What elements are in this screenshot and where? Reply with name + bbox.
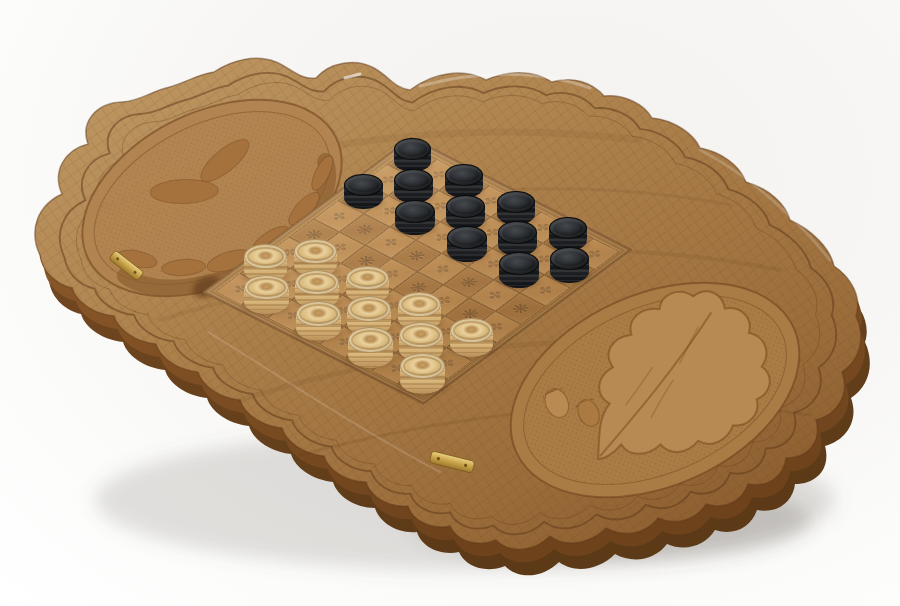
piece-top-face — [346, 266, 389, 291]
piece-top-face — [549, 217, 588, 239]
black-checker[interactable]: ⛂ — [394, 138, 431, 171]
black-checker[interactable]: ⛂ — [394, 169, 432, 203]
piece-top-face — [347, 296, 391, 321]
white-checker[interactable]: ⛀ — [348, 327, 393, 368]
rosette-motif-icon: ❋ — [455, 274, 482, 291]
cross-motif-icon: ✤ — [327, 209, 350, 224]
piece-top-face — [398, 292, 441, 317]
piece-top-face — [498, 221, 537, 244]
black-checker[interactable]: ⛂ — [447, 226, 487, 262]
white-checker[interactable]: ⛀ — [450, 318, 494, 357]
black-checker[interactable]: ⛂ — [395, 200, 435, 236]
piece-top-face — [348, 327, 393, 353]
piece-top-face — [447, 226, 487, 249]
piece-top-face — [445, 164, 483, 186]
cross-motif-icon: ✤ — [431, 262, 454, 277]
white-checker[interactable]: ⛀ — [244, 275, 288, 315]
black-checker[interactable]: ⛂ — [549, 217, 588, 252]
photo-stage: ❋✤❋✤❋✤❋✤✤❋✤❋✤❋✤❋❋✤❋✤❋✤❋✤✤❋✤❋✤❋✤❋❋✤❋✤❋✤❋✤… — [0, 0, 900, 606]
piece-top-face — [497, 191, 535, 213]
white-checker[interactable]: ⛀ — [400, 353, 446, 394]
piece-top-face — [344, 174, 383, 197]
cross-motif-icon: ✤ — [483, 288, 506, 303]
cross-motif-icon: ✤ — [379, 235, 402, 250]
black-checker[interactable]: ⛂ — [446, 195, 485, 230]
black-checker[interactable]: ⛂ — [445, 164, 483, 198]
piece-top-face — [395, 200, 435, 223]
black-checker[interactable]: ⛂ — [497, 191, 535, 225]
black-checker[interactable]: ⛂ — [344, 174, 383, 209]
white-checker[interactable]: ⛀ — [296, 301, 341, 341]
piece-top-face — [394, 169, 432, 191]
black-checker[interactable]: ⛂ — [499, 252, 540, 288]
piece-top-face — [450, 318, 494, 343]
piece-top-face — [294, 239, 336, 263]
piece-top-face — [399, 322, 444, 348]
piece-top-face — [244, 275, 288, 301]
black-checker[interactable]: ⛂ — [550, 247, 590, 283]
rosette-motif-icon: ❋ — [351, 221, 378, 238]
piece-top-face — [244, 244, 287, 269]
piece-top-face — [296, 301, 341, 327]
piece-top-face — [295, 270, 339, 295]
rosette-motif-icon: ❋ — [403, 247, 430, 264]
rosette-motif-icon: ❋ — [507, 300, 534, 317]
piece-top-face — [394, 138, 431, 159]
piece-top-face — [446, 195, 485, 217]
